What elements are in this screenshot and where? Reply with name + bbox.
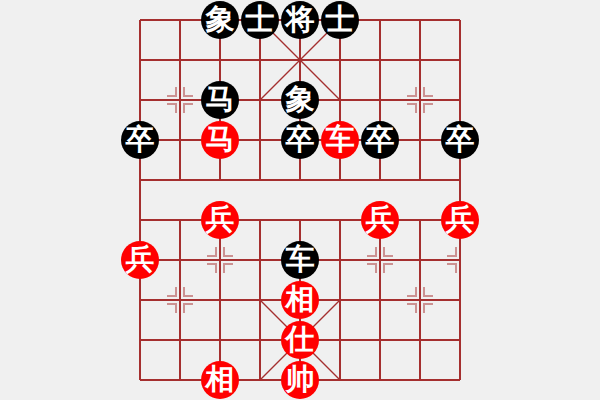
board-intersection: 马 <box>200 80 240 120</box>
piece-glyph: 兵 <box>446 205 475 234</box>
red-soldier-piece[interactable]: 兵 <box>121 241 159 279</box>
black-elephant-piece[interactable]: 象 <box>281 81 319 119</box>
red-soldier-piece[interactable]: 兵 <box>361 201 399 239</box>
board-intersection: 卒 <box>440 120 480 160</box>
piece-glyph: 将 <box>286 5 315 34</box>
black-advisor-piece[interactable]: 士 <box>241 1 279 39</box>
piece-glyph: 兵 <box>206 205 235 234</box>
piece-glyph: 相 <box>206 365 235 394</box>
xiangqi-board: 象士将士马象卒马卒车卒卒兵兵兵兵车相仕相帅 <box>0 0 600 400</box>
board-intersection: 卒 <box>280 120 320 160</box>
piece-glyph: 仕 <box>286 325 315 354</box>
board-intersection: 士 <box>320 0 360 40</box>
board-intersection: 象 <box>280 80 320 120</box>
black-general-piece[interactable]: 将 <box>281 1 319 39</box>
board-intersection: 卒 <box>120 120 160 160</box>
black-soldier-piece[interactable]: 卒 <box>361 121 399 159</box>
board-intersection: 兵 <box>120 240 160 280</box>
piece-glyph: 车 <box>286 245 315 274</box>
piece-glyph: 卒 <box>286 125 315 154</box>
board-intersection: 帅 <box>280 360 320 400</box>
red-horse-piece[interactable]: 马 <box>201 121 239 159</box>
piece-glyph: 兵 <box>366 205 395 234</box>
piece-glyph: 车 <box>326 125 355 154</box>
piece-glyph: 卒 <box>366 125 395 154</box>
board-intersection: 仕 <box>280 320 320 360</box>
board-intersection: 将 <box>280 0 320 40</box>
board-intersection: 兵 <box>360 200 400 240</box>
black-chariot-piece[interactable]: 车 <box>281 241 319 279</box>
piece-glyph: 相 <box>286 285 315 314</box>
piece-glyph: 帅 <box>286 365 315 394</box>
piece-glyph: 士 <box>246 5 275 34</box>
board-intersection: 兵 <box>200 200 240 240</box>
black-advisor-piece[interactable]: 士 <box>321 1 359 39</box>
board-intersection: 士 <box>240 0 280 40</box>
board-intersection: 卒 <box>360 120 400 160</box>
board-intersection: 马 <box>200 120 240 160</box>
board-intersection: 相 <box>200 360 240 400</box>
piece-glyph: 兵 <box>126 245 155 274</box>
piece-glyph: 马 <box>206 85 235 114</box>
black-soldier-piece[interactable]: 卒 <box>441 121 479 159</box>
piece-glyph: 卒 <box>126 125 155 154</box>
board-intersection: 兵 <box>440 200 480 240</box>
red-chariot-piece[interactable]: 车 <box>321 121 359 159</box>
piece-glyph: 象 <box>206 5 235 34</box>
red-general-piece[interactable]: 帅 <box>281 361 319 399</box>
red-elephant-piece[interactable]: 相 <box>281 281 319 319</box>
piece-glyph: 马 <box>206 125 235 154</box>
black-horse-piece[interactable]: 马 <box>201 81 239 119</box>
board-intersection: 车 <box>320 120 360 160</box>
black-soldier-piece[interactable]: 卒 <box>121 121 159 159</box>
red-soldier-piece[interactable]: 兵 <box>441 201 479 239</box>
piece-glyph: 象 <box>286 85 315 114</box>
piece-glyph: 卒 <box>446 125 475 154</box>
pieces-grid: 象士将士马象卒马卒车卒卒兵兵兵兵车相仕相帅 <box>120 0 480 400</box>
red-advisor-piece[interactable]: 仕 <box>281 321 319 359</box>
red-soldier-piece[interactable]: 兵 <box>201 201 239 239</box>
board-intersection: 相 <box>280 280 320 320</box>
black-elephant-piece[interactable]: 象 <box>201 1 239 39</box>
board-intersection: 车 <box>280 240 320 280</box>
black-soldier-piece[interactable]: 卒 <box>281 121 319 159</box>
board-intersection: 象 <box>200 0 240 40</box>
piece-glyph: 士 <box>326 5 355 34</box>
red-elephant-piece[interactable]: 相 <box>201 361 239 399</box>
